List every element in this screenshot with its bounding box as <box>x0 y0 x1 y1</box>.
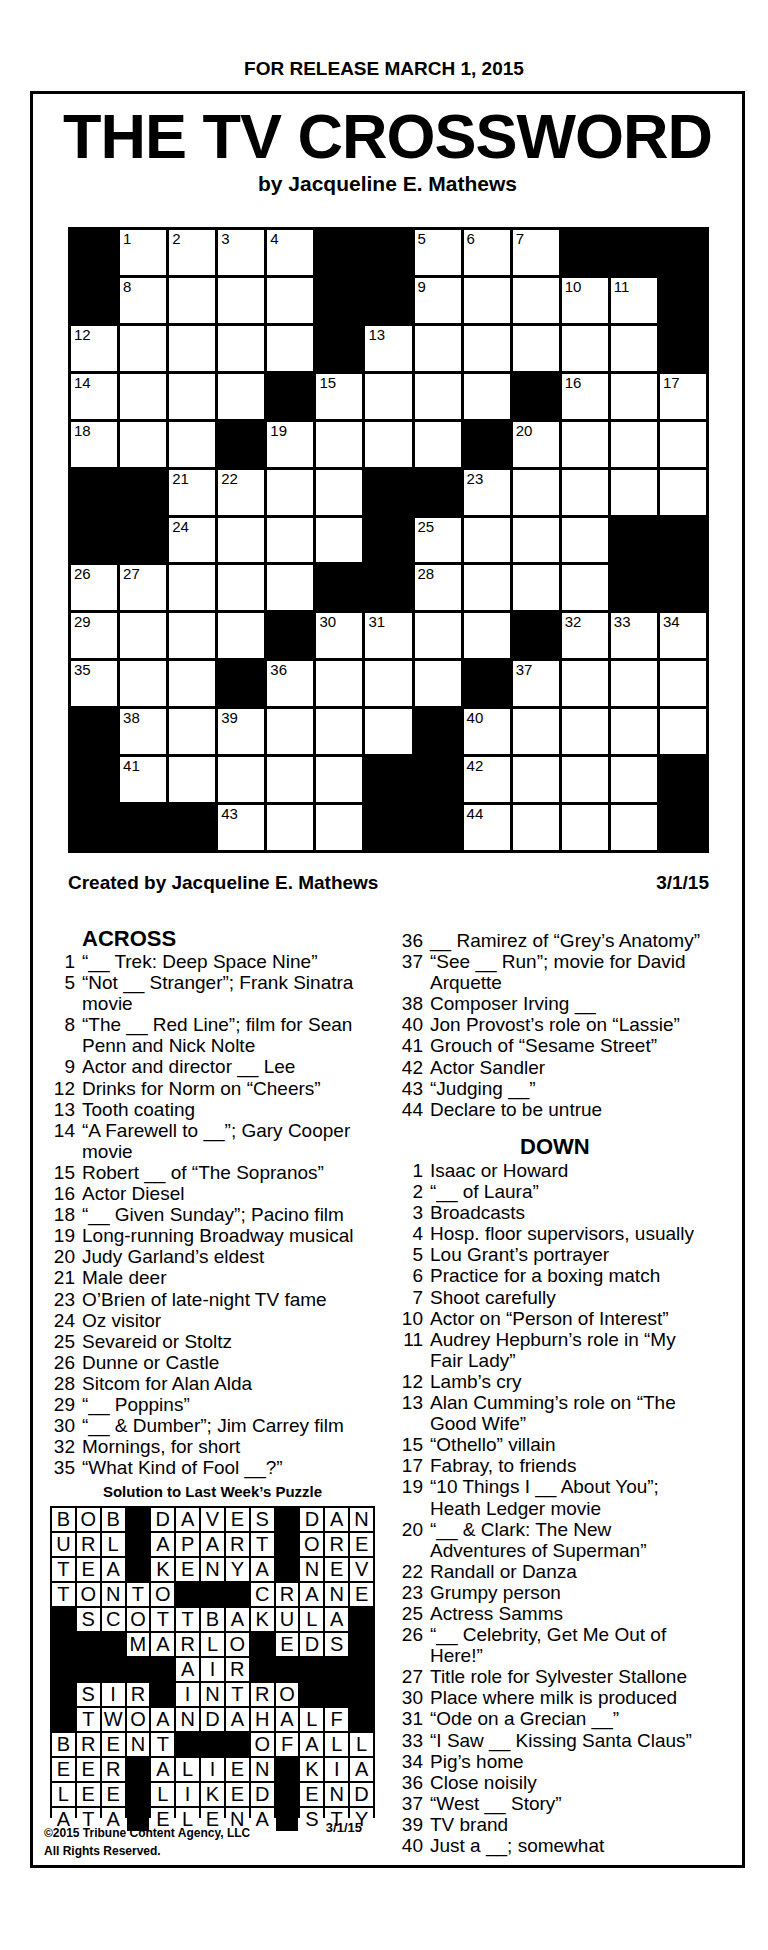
clue-number: 24 <box>42 1310 75 1331</box>
solution-letter-cell: T <box>52 1583 75 1606</box>
black-cell <box>464 422 510 467</box>
grid-cell[interactable] <box>169 422 215 467</box>
solution-letter-cell: D <box>300 1508 323 1531</box>
grid-cell[interactable]: 17 <box>660 374 706 419</box>
grid-cell[interactable]: 22 <box>218 470 264 515</box>
clue-text: Actor and director __ Lee <box>82 1056 295 1077</box>
grid-cell[interactable]: 2 <box>169 230 215 275</box>
grid-cell[interactable] <box>415 374 461 419</box>
grid-cell[interactable]: 16 <box>562 374 608 419</box>
solution-black-cell <box>52 1608 75 1631</box>
clue-item: 31“Ode on a Grecian __” <box>390 1708 732 1729</box>
clue-number: 25 <box>390 1603 423 1624</box>
grid-cell[interactable] <box>218 757 264 802</box>
grid-cell[interactable]: 42 <box>464 757 510 802</box>
grid-cell[interactable]: 39 <box>218 709 264 754</box>
solution-letter-cell: R <box>176 1633 199 1656</box>
clue-item: 40Just a __; somewhat <box>390 1835 732 1856</box>
solution-black-cell <box>77 1633 100 1656</box>
cell-number: 1 <box>123 231 131 246</box>
grid-cell[interactable]: 43 <box>218 805 264 850</box>
grid-cell[interactable] <box>513 518 559 563</box>
solution-black-cell <box>300 1683 323 1706</box>
solution-black-cell <box>300 1658 323 1681</box>
grid-cell[interactable]: 29 <box>71 613 117 658</box>
clue-item: 39TV brand <box>390 1814 732 1835</box>
solution-letter-cell: L <box>102 1533 125 1556</box>
grid-cell[interactable] <box>513 709 559 754</box>
grid-cell[interactable] <box>660 709 706 754</box>
clue-item: 13Alan Cumming’s role on “The Good Wife” <box>390 1392 732 1434</box>
clue-item: 28Sitcom for Alan Alda <box>42 1373 391 1394</box>
solution-letter-cell: E <box>226 1508 249 1531</box>
clue-text: “__ Celebrity, Get Me Out of Here!” <box>430 1624 666 1666</box>
solution-black-cell <box>325 1683 348 1706</box>
clue-text: “Othello” villain <box>430 1434 556 1455</box>
clue-item: 17Fabray, to friends <box>390 1455 732 1476</box>
clue-item: 29“__ Poppins” <box>42 1394 391 1415</box>
solution-letter-cell: K <box>300 1758 323 1781</box>
grid-cell[interactable]: 15 <box>316 374 362 419</box>
grid-cell[interactable]: 4 <box>267 230 313 275</box>
solution-black-cell <box>127 1533 150 1556</box>
clue-number: 37 <box>390 951 423 993</box>
solution-letter-cell: N <box>127 1733 150 1756</box>
grid-cell[interactable]: 3 <box>218 230 264 275</box>
grid-cell[interactable] <box>169 661 215 706</box>
grid-cell[interactable] <box>316 709 362 754</box>
clue-item: 7Shoot carefully <box>390 1287 732 1308</box>
rights-line: All Rights Reserved. <box>44 1842 344 1860</box>
solution-letter-cell: T <box>176 1608 199 1631</box>
clue-text: “The __ Red Line”; film for Sean Penn an… <box>82 1014 352 1056</box>
grid-cell[interactable]: 44 <box>464 805 510 850</box>
solution-letter-cell: I <box>176 1783 199 1806</box>
grid-cell[interactable]: 7 <box>513 230 559 275</box>
solution-letter-cell: O <box>127 1708 150 1731</box>
clue-number: 21 <box>42 1267 75 1288</box>
solution-letter-cell: O <box>226 1633 249 1656</box>
grid-cell[interactable]: 31 <box>365 613 411 658</box>
grid-cell[interactable]: 36 <box>267 661 313 706</box>
grid-cell[interactable]: 34 <box>660 613 706 658</box>
cell-number: 9 <box>418 279 426 294</box>
solution-letter-cell: T <box>251 1533 274 1556</box>
cell-number: 35 <box>74 662 91 677</box>
grid-cell[interactable] <box>415 422 461 467</box>
grid-cell[interactable]: 37 <box>513 661 559 706</box>
cell-number: 16 <box>565 375 582 390</box>
clue-number: 30 <box>42 1415 75 1436</box>
solution-letter-cell: T <box>127 1583 150 1606</box>
grid-cell[interactable] <box>218 518 264 563</box>
cell-number: 43 <box>221 806 238 821</box>
grid-cell[interactable] <box>365 709 411 754</box>
grid-cell[interactable] <box>120 613 166 658</box>
clue-number: 19 <box>390 1476 423 1518</box>
clue-item: 3Broadcasts <box>390 1202 732 1223</box>
clue-item: 18“__ Given Sunday”; Pacino film <box>42 1204 391 1225</box>
grid-cell[interactable] <box>169 326 215 371</box>
solution-letter-cell: O <box>251 1733 274 1756</box>
clue-text: __ Ramirez of “Grey’s Anatomy” <box>430 930 700 951</box>
clue-item: 20Judy Garland’s eldest <box>42 1246 391 1267</box>
cell-number: 30 <box>319 614 336 629</box>
grid-cell[interactable]: 6 <box>464 230 510 275</box>
grid-cell[interactable]: 32 <box>562 613 608 658</box>
solution-letter-cell: I <box>176 1683 199 1706</box>
solution-letter-cell: H <box>251 1708 274 1731</box>
black-cell <box>365 757 411 802</box>
clue-number: 34 <box>390 1751 423 1772</box>
grid-cell[interactable] <box>169 757 215 802</box>
grid-cell[interactable] <box>464 518 510 563</box>
cell-number: 14 <box>74 375 91 390</box>
grid-cell[interactable] <box>267 757 313 802</box>
clue-text: Robert __ of “The Sopranos” <box>82 1162 324 1183</box>
grid-cell[interactable] <box>365 422 411 467</box>
grid-cell[interactable] <box>562 709 608 754</box>
grid-cell[interactable] <box>267 565 313 610</box>
clue-number: 27 <box>390 1666 423 1687</box>
cell-number: 5 <box>418 231 426 246</box>
grid-cell[interactable] <box>267 805 313 850</box>
grid-cell[interactable] <box>169 374 215 419</box>
clue-number: 36 <box>390 930 423 951</box>
clue-text: Close noisily <box>430 1772 537 1793</box>
grid-cell[interactable]: 5 <box>415 230 461 275</box>
black-cell <box>365 470 411 515</box>
solution-letter-cell: U <box>276 1608 299 1631</box>
solution-black-cell <box>251 1658 274 1681</box>
grid-cell[interactable] <box>611 374 657 419</box>
down-header: DOWN <box>520 1134 590 1160</box>
cell-number: 6 <box>467 231 475 246</box>
grid-cell[interactable] <box>513 565 559 610</box>
clue-number: 15 <box>42 1162 75 1183</box>
clue-text: Actor Sandler <box>430 1057 545 1078</box>
cell-number: 8 <box>123 279 131 294</box>
grid-cell[interactable]: 12 <box>71 326 117 371</box>
black-cell <box>365 565 411 610</box>
grid-cell[interactable]: 30 <box>316 613 362 658</box>
grid-cell[interactable]: 38 <box>120 709 166 754</box>
solution-letter-cell: T <box>52 1558 75 1581</box>
grid-cell[interactable] <box>169 709 215 754</box>
grid-cell[interactable] <box>120 422 166 467</box>
grid-cell[interactable] <box>120 661 166 706</box>
grid-cell[interactable] <box>267 326 313 371</box>
solution-black-cell <box>176 1733 199 1756</box>
grid-cell[interactable] <box>513 470 559 515</box>
grid-cell[interactable] <box>316 805 362 850</box>
grid-cell[interactable] <box>169 613 215 658</box>
solution-letter-cell: N <box>176 1708 199 1731</box>
grid-cell[interactable] <box>562 805 608 850</box>
clue-number: 32 <box>42 1436 75 1457</box>
grid-cell[interactable] <box>611 805 657 850</box>
grid-cell[interactable] <box>267 278 313 323</box>
grid-cell[interactable] <box>611 709 657 754</box>
grid-cell[interactable] <box>365 374 411 419</box>
solution-letter-cell: N <box>325 1783 348 1806</box>
clue-text: Judy Garland’s eldest <box>82 1246 264 1267</box>
clue-item: 41Grouch of “Sesame Street” <box>390 1035 732 1056</box>
solution-letter-cell: A <box>300 1733 323 1756</box>
grid-cell[interactable] <box>120 326 166 371</box>
grid-cell[interactable]: 8 <box>120 278 166 323</box>
clue-text: “__ & Dumber”; Jim Carrey film <box>82 1415 344 1436</box>
grid-cell[interactable] <box>513 805 559 850</box>
grid-cell[interactable] <box>513 278 559 323</box>
solution-letter-cell: A <box>350 1758 373 1781</box>
black-cell <box>415 757 461 802</box>
black-cell <box>316 230 362 275</box>
grid-cell[interactable] <box>611 470 657 515</box>
cell-number: 27 <box>123 566 140 581</box>
clue-text: Broadcasts <box>430 1202 525 1223</box>
clue-text: Practice for a boxing match <box>430 1265 660 1286</box>
clue-item: 15“Othello” villain <box>390 1434 732 1455</box>
grid-cell[interactable] <box>562 422 608 467</box>
grid-cell[interactable] <box>660 470 706 515</box>
grid-cell[interactable] <box>316 422 362 467</box>
solution-black-cell <box>52 1683 75 1706</box>
solution-letter-cell: P <box>176 1533 199 1556</box>
clue-number: 1 <box>42 951 75 972</box>
clue-text: Declare to be untrue <box>430 1099 602 1120</box>
grid-cell[interactable] <box>562 470 608 515</box>
clue-item: 38Composer Irving __ <box>390 993 732 1014</box>
grid-cell[interactable] <box>218 278 264 323</box>
cell-number: 26 <box>74 566 91 581</box>
solution-letter-cell: B <box>102 1508 125 1531</box>
grid-cell[interactable] <box>611 661 657 706</box>
grid-cell[interactable] <box>562 326 608 371</box>
solution-letter-cell: R <box>325 1533 348 1556</box>
black-cell <box>660 757 706 802</box>
grid-cell[interactable] <box>218 374 264 419</box>
cell-number: 34 <box>663 614 680 629</box>
solution-letter-cell: L <box>151 1783 174 1806</box>
clue-number: 18 <box>42 1204 75 1225</box>
grid-cell[interactable] <box>611 326 657 371</box>
grid-cell[interactable]: 25 <box>415 518 461 563</box>
grid-cell[interactable] <box>365 661 411 706</box>
solution-letter-cell: R <box>102 1758 125 1781</box>
black-cell <box>660 565 706 610</box>
grid-cell[interactable] <box>513 757 559 802</box>
grid-cell[interactable] <box>169 278 215 323</box>
grid-cell[interactable] <box>267 709 313 754</box>
grid-cell[interactable]: 10 <box>562 278 608 323</box>
clue-number: 22 <box>390 1561 423 1582</box>
clue-text: Grumpy person <box>430 1582 561 1603</box>
cell-number: 38 <box>123 710 140 725</box>
grid-cell[interactable] <box>513 326 559 371</box>
solution-letter-cell: O <box>127 1608 150 1631</box>
grid-cell[interactable] <box>120 374 166 419</box>
grid-cell[interactable]: 35 <box>71 661 117 706</box>
black-cell <box>611 565 657 610</box>
clue-item: 23O’Brien of late-night TV fame <box>42 1289 391 1310</box>
clue-number: 14 <box>42 1120 75 1162</box>
grid-cell[interactable]: 14 <box>71 374 117 419</box>
grid-cell[interactable]: 24 <box>169 518 215 563</box>
clue-number: 36 <box>390 1772 423 1793</box>
clue-item: 37“See __ Run”; movie for David Arquette <box>390 951 732 993</box>
clue-number: 5 <box>42 972 75 1014</box>
grid-cell[interactable] <box>316 757 362 802</box>
clue-text: “__ of Laura” <box>430 1181 539 1202</box>
clue-item: 32Mornings, for short <box>42 1436 391 1457</box>
clue-item: 30Place where milk is produced <box>390 1687 732 1708</box>
clue-item: 10Actor on “Person of Interest” <box>390 1308 732 1329</box>
across-clue-list-right: 36__ Ramirez of “Grey’s Anatomy”37“See _… <box>390 930 732 1120</box>
clue-text: Sitcom for Alan Alda <box>82 1373 252 1394</box>
grid-cell[interactable]: 19 <box>267 422 313 467</box>
solution-black-cell <box>127 1508 150 1531</box>
clue-item: 9Actor and director __ Lee <box>42 1056 391 1077</box>
solution-letter-cell: N <box>102 1583 125 1606</box>
grid-cell[interactable] <box>464 326 510 371</box>
grid-cell[interactable]: 41 <box>120 757 166 802</box>
solution-black-cell <box>176 1583 199 1606</box>
grid-cell[interactable] <box>218 565 264 610</box>
solution-letter-cell: L <box>201 1633 224 1656</box>
clue-text: “__ Poppins” <box>82 1394 190 1415</box>
grid-cell[interactable]: 20 <box>513 422 559 467</box>
black-cell <box>611 230 657 275</box>
solution-letter-cell: E <box>300 1783 323 1806</box>
black-cell <box>120 470 166 515</box>
clue-number: 25 <box>42 1331 75 1352</box>
grid-cell[interactable] <box>464 613 510 658</box>
grid-cell[interactable]: 23 <box>464 470 510 515</box>
clue-number: 7 <box>390 1287 423 1308</box>
solution-letter-cell: R <box>251 1683 274 1706</box>
grid-cell[interactable] <box>562 565 608 610</box>
grid-cell[interactable]: 1 <box>120 230 166 275</box>
solution-letter-cell: T <box>151 1608 174 1631</box>
grid-cell[interactable] <box>660 422 706 467</box>
clue-item: 36Close noisily <box>390 1772 732 1793</box>
grid-cell[interactable]: 27 <box>120 565 166 610</box>
grid-cell[interactable] <box>218 326 264 371</box>
grid-cell[interactable] <box>611 422 657 467</box>
grid-cell[interactable]: 9 <box>415 278 461 323</box>
solution-black-cell <box>325 1658 348 1681</box>
grid-cell[interactable] <box>267 518 313 563</box>
cell-number: 36 <box>270 662 287 677</box>
black-cell <box>169 805 215 850</box>
clue-number: 2 <box>390 1181 423 1202</box>
cell-number: 40 <box>467 710 484 725</box>
grid-cell[interactable]: 33 <box>611 613 657 658</box>
solution-date: 3/1/15 <box>250 1820 362 1835</box>
grid-cell[interactable]: 13 <box>365 326 411 371</box>
clue-text: Shoot carefully <box>430 1287 556 1308</box>
grid-cell[interactable] <box>562 757 608 802</box>
grid-cell[interactable] <box>316 518 362 563</box>
solution-letter-cell: S <box>251 1508 274 1531</box>
clue-text: Audrey Hepburn’s role in “My Fair Lady” <box>430 1329 676 1371</box>
grid-cell[interactable] <box>464 565 510 610</box>
grid-cell[interactable]: 40 <box>464 709 510 754</box>
grid-cell[interactable] <box>316 661 362 706</box>
black-cell <box>316 565 362 610</box>
solution-black-cell <box>151 1658 174 1681</box>
grid-cell[interactable]: 28 <box>415 565 461 610</box>
grid-cell[interactable] <box>562 661 608 706</box>
clue-item: 14“A Farewell to __”; Gary Cooper movie <box>42 1120 391 1162</box>
grid-cell[interactable] <box>660 661 706 706</box>
clue-text: “10 Things I __ About You”; Heath Ledger… <box>430 1476 659 1518</box>
solution-black-cell <box>251 1633 274 1656</box>
solution-letter-cell: A <box>151 1533 174 1556</box>
clue-number: 6 <box>390 1265 423 1286</box>
grid-cell[interactable] <box>267 470 313 515</box>
grid-cell[interactable] <box>169 565 215 610</box>
clue-item: 22Randall or Danza <box>390 1561 732 1582</box>
solution-grid: BOBDAVESDANURLAPARTORETEAKENYANEVTONTOCR… <box>50 1506 375 1818</box>
grid-cell[interactable] <box>415 613 461 658</box>
solution-letter-cell: E <box>226 1758 249 1781</box>
solution-letter-cell: N <box>201 1683 224 1706</box>
black-cell <box>660 805 706 850</box>
grid-cell[interactable] <box>415 661 461 706</box>
clue-number: 16 <box>42 1183 75 1204</box>
solution-letter-cell: N <box>350 1508 373 1531</box>
grid-cell[interactable] <box>611 757 657 802</box>
cell-number: 39 <box>221 710 238 725</box>
clue-number: 44 <box>390 1099 423 1120</box>
black-cell <box>562 230 608 275</box>
clue-number: 40 <box>390 1835 423 1856</box>
grid-cell[interactable] <box>415 326 461 371</box>
down-clue-list: 1Isaac or Howard2“__ of Laura”3Broadcast… <box>390 1160 732 1856</box>
clue-number: 23 <box>42 1289 75 1310</box>
clue-item: 43“Judging __” <box>390 1078 732 1099</box>
solution-black-cell <box>276 1783 299 1806</box>
clue-number: 12 <box>42 1078 75 1099</box>
solution-letter-cell: F <box>276 1733 299 1756</box>
cell-number: 2 <box>172 231 180 246</box>
clue-text: Title role for Sylvester Stallone <box>430 1666 687 1687</box>
solution-black-cell <box>350 1608 373 1631</box>
cell-number: 24 <box>172 519 189 534</box>
grid-cell[interactable]: 18 <box>71 422 117 467</box>
grid-cell[interactable] <box>316 470 362 515</box>
grid-cell[interactable]: 26 <box>71 565 117 610</box>
grid-cell[interactable]: 11 <box>611 278 657 323</box>
main-crossword-grid: 1234567891011121314151617181920212223242… <box>68 227 709 853</box>
solution-letter-cell: E <box>350 1533 373 1556</box>
grid-cell[interactable] <box>562 518 608 563</box>
clue-text: TV brand <box>430 1814 508 1835</box>
grid-cell[interactable] <box>464 374 510 419</box>
grid-cell[interactable]: 21 <box>169 470 215 515</box>
grid-cell[interactable] <box>218 613 264 658</box>
grid-cell[interactable] <box>464 278 510 323</box>
solution-letter-cell: R <box>77 1733 100 1756</box>
solution-letter-cell: K <box>151 1558 174 1581</box>
cell-number: 42 <box>467 758 484 773</box>
cell-number: 18 <box>74 423 91 438</box>
clue-text: Tooth coating <box>82 1099 195 1120</box>
solution-black-cell <box>350 1658 373 1681</box>
solution-black-cell <box>52 1658 75 1681</box>
